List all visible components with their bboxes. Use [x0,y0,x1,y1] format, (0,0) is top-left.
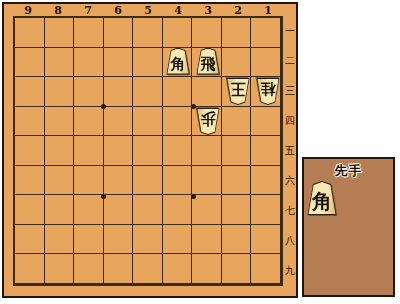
star-point [101,104,106,109]
board-cell-6-2[interactable] [104,48,134,78]
star-point [191,194,196,199]
gote-piece-歩[interactable]: 歩 [196,108,220,135]
rank-label-6: 六 [283,166,297,196]
board-cell-8-6[interactable] [45,166,75,196]
board-cell-9-9[interactable] [15,254,45,284]
shogi-board: 987654321 一二三四五六七八九 角飛王桂歩 [2,2,298,298]
board-cell-8-5[interactable] [45,136,75,166]
board-cell-1-2[interactable] [251,48,281,78]
board-cell-3-6[interactable] [192,166,222,196]
board-cell-3-9[interactable] [192,254,222,284]
board-cell-1-8[interactable] [251,225,281,255]
board-cell-5-3[interactable] [133,77,163,107]
piece-glyph: 角 [307,189,337,215]
board-cell-5-9[interactable] [133,254,163,284]
board-cell-9-5[interactable] [15,136,45,166]
board-cell-5-8[interactable] [133,225,163,255]
sente-piece-角[interactable]: 角 [307,181,337,215]
rank-label-8: 八 [283,226,297,256]
board-cell-4-3[interactable] [163,77,193,107]
board-cell-6-9[interactable] [104,254,134,284]
board-cell-4-6[interactable] [163,166,193,196]
rank-label-3: 三 [283,76,297,106]
board-cell-3-1[interactable] [192,18,222,48]
board-cell-8-8[interactable] [45,225,75,255]
board-cell-5-7[interactable] [133,195,163,225]
board-cell-2-7[interactable] [222,195,252,225]
board-cell-2-5[interactable] [222,136,252,166]
board-cell-1-5[interactable] [251,136,281,166]
board-cell-6-3[interactable] [104,77,134,107]
board-cell-6-4[interactable] [104,107,134,137]
board-cell-3-8[interactable] [192,225,222,255]
board-cell-9-7[interactable] [15,195,45,225]
board-cell-7-7[interactable] [74,195,104,225]
board-cell-9-4[interactable] [15,107,45,137]
star-point [191,104,196,109]
board-cell-6-8[interactable] [104,225,134,255]
sente-piece-飛[interactable]: 飛 [196,48,220,75]
board-cell-4-1[interactable] [163,18,193,48]
rank-coordinates: 一二三四五六七八九 [283,16,297,286]
board-cell-5-6[interactable] [133,166,163,196]
rank-label-2: 二 [283,46,297,76]
piece-glyph: 歩 [196,108,220,128]
board-cell-4-8[interactable] [163,225,193,255]
board-cell-6-6[interactable] [104,166,134,196]
board-cell-2-8[interactable] [222,225,252,255]
board-cell-8-7[interactable] [45,195,75,225]
board-cell-4-7[interactable] [163,195,193,225]
rank-label-1: 一 [283,16,297,46]
board-cell-9-1[interactable] [15,18,45,48]
board-cell-1-7[interactable] [251,195,281,225]
gote-piece-王[interactable]: 王 [226,78,250,105]
piece-glyph: 王 [226,78,250,98]
piece-glyph: 桂 [256,78,280,98]
board-grid [13,16,283,286]
board-cell-3-7[interactable] [192,195,222,225]
board-cell-7-2[interactable] [74,48,104,78]
board-cell-8-9[interactable] [45,254,75,284]
board-cell-9-6[interactable] [15,166,45,196]
board-cell-2-2[interactable] [222,48,252,78]
board-cell-5-2[interactable] [133,48,163,78]
sente-komadai: 先手 角 [302,157,395,297]
board-cell-1-1[interactable] [251,18,281,48]
board-cell-5-4[interactable] [133,107,163,137]
board-cell-7-9[interactable] [74,254,104,284]
rank-label-4: 四 [283,106,297,136]
komadai-label: 先手 [304,162,393,180]
sente-hand-area: 角 [306,180,391,293]
board-cell-7-8[interactable] [74,225,104,255]
rank-label-7: 七 [283,196,297,226]
board-cell-5-5[interactable] [133,136,163,166]
board-cell-8-2[interactable] [45,48,75,78]
board-cell-3-5[interactable] [192,136,222,166]
board-cell-7-5[interactable] [74,136,104,166]
rank-label-9: 九 [283,256,297,286]
gote-piece-桂[interactable]: 桂 [256,78,280,105]
board-cell-2-9[interactable] [222,254,252,284]
board-cell-9-2[interactable] [15,48,45,78]
board-cell-6-5[interactable] [104,136,134,166]
board-cell-7-6[interactable] [74,166,104,196]
board-cell-9-8[interactable] [15,225,45,255]
board-cell-3-3[interactable] [192,77,222,107]
board-cell-4-9[interactable] [163,254,193,284]
board-cell-1-4[interactable] [251,107,281,137]
board-cell-2-4[interactable] [222,107,252,137]
board-cell-8-3[interactable] [45,77,75,107]
board-cell-7-1[interactable] [74,18,104,48]
board-cell-2-6[interactable] [222,166,252,196]
shogi-diagram: 987654321 一二三四五六七八九 角飛王桂歩 先手 角 [0,0,400,304]
board-cell-6-7[interactable] [104,195,134,225]
board-cell-5-1[interactable] [133,18,163,48]
board-cell-6-1[interactable] [104,18,134,48]
board-cell-7-4[interactable] [74,107,104,137]
board-cell-7-3[interactable] [74,77,104,107]
board-cell-8-4[interactable] [45,107,75,137]
piece-glyph: 角 [166,55,190,75]
board-cell-9-3[interactable] [15,77,45,107]
board-cell-2-1[interactable] [222,18,252,48]
board-cell-1-6[interactable] [251,166,281,196]
board-cell-8-1[interactable] [45,18,75,48]
sente-piece-角[interactable]: 角 [166,48,190,75]
rank-label-5: 五 [283,136,297,166]
board-cell-1-9[interactable] [251,254,281,284]
board-cell-4-4[interactable] [163,107,193,137]
piece-glyph: 飛 [196,55,220,75]
star-point [101,194,106,199]
board-cell-4-5[interactable] [163,136,193,166]
